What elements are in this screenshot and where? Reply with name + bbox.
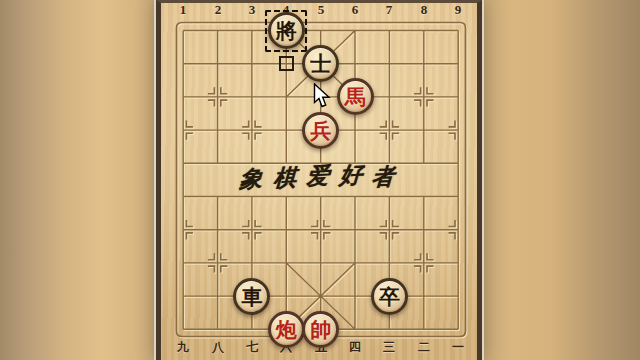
piece-glyph: 士 — [310, 53, 331, 74]
xiangqi-app: 1 2 3 4 5 6 7 8 9 九 八 七 六 五 四 三 二 一 象 棋 … — [0, 0, 640, 360]
piece-glyph: 兵 — [310, 120, 331, 141]
top-file-label: 5 — [318, 3, 325, 16]
selection-bracket — [265, 10, 307, 52]
bottom-file-label: 三 — [383, 341, 395, 354]
bottom-file-label: 七 — [246, 341, 258, 354]
bottom-file-label: 九 — [177, 341, 189, 354]
piece-glyph: 炮 — [276, 319, 297, 340]
top-file-label: 2 — [215, 3, 222, 16]
river-text-char: 好 — [339, 159, 364, 191]
river-text-char: 象 — [239, 163, 264, 195]
piece-glyph: 卒 — [379, 286, 400, 307]
top-file-label: 9 — [455, 3, 462, 16]
top-file-label: 3 — [249, 3, 256, 16]
bottom-file-label: 二 — [418, 341, 430, 354]
river-text-char: 棋 — [273, 162, 298, 194]
piece-red-cannon[interactable]: 炮 — [268, 311, 305, 348]
top-file-label: 7 — [386, 3, 393, 16]
piece-black-chariot[interactable]: 車 — [233, 278, 270, 315]
piece-red-general[interactable]: 帥 — [302, 311, 339, 348]
bottom-file-label: 一 — [452, 341, 464, 354]
bottom-file-label: 四 — [349, 341, 361, 354]
move-target-marker[interactable] — [279, 56, 294, 71]
piece-glyph: 車 — [241, 286, 262, 307]
top-file-label: 6 — [352, 3, 359, 16]
river-text-char: 爱 — [306, 160, 331, 192]
piece-glyph: 馬 — [345, 86, 366, 107]
piece-red-pawn[interactable]: 兵 — [302, 112, 339, 149]
top-file-label: 1 — [180, 3, 187, 16]
piece-black-pawn[interactable]: 卒 — [371, 278, 408, 315]
river-text-char: 者 — [371, 161, 396, 193]
bottom-file-label: 八 — [212, 341, 224, 354]
piece-red-horse[interactable]: 馬 — [337, 78, 374, 115]
top-file-label: 8 — [421, 3, 428, 16]
piece-glyph: 帥 — [310, 319, 331, 340]
